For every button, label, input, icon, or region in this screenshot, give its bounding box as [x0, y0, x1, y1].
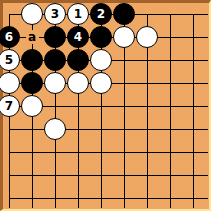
- black-stone: [113, 3, 135, 25]
- board-point: [182, 72, 205, 95]
- board-point: [113, 141, 136, 164]
- board-point: [159, 49, 182, 72]
- board-point: a: [21, 26, 44, 49]
- white-stone: [44, 118, 66, 140]
- board-point: [67, 164, 90, 187]
- board-point: [113, 49, 136, 72]
- board-point: [159, 164, 182, 187]
- board-point: [21, 141, 44, 164]
- black-stone: [44, 26, 66, 48]
- board-point: [159, 72, 182, 95]
- board-point: [67, 95, 90, 118]
- board-point: [21, 49, 44, 72]
- white-stone-3: 3: [44, 3, 66, 25]
- board-grid: 3126a457: [0, 3, 205, 210]
- board-point: [67, 187, 90, 210]
- board-point: [136, 3, 159, 26]
- board-point: [90, 187, 113, 210]
- white-stone: [21, 95, 43, 117]
- board-point: [44, 141, 67, 164]
- board-point: 7: [0, 95, 21, 118]
- white-stone: [136, 26, 158, 48]
- board-point: [44, 72, 67, 95]
- board-point: 4: [67, 26, 90, 49]
- board-point: [136, 72, 159, 95]
- board-point: [90, 141, 113, 164]
- board-point: [21, 72, 44, 95]
- white-stone-5: 5: [0, 49, 20, 71]
- board-point: [136, 187, 159, 210]
- board-point: [182, 164, 205, 187]
- board-point: [136, 164, 159, 187]
- board-point: [0, 72, 21, 95]
- black-stone: [90, 26, 112, 48]
- board-point: [136, 49, 159, 72]
- board-point: [113, 72, 136, 95]
- board-point: [159, 26, 182, 49]
- board-point: [67, 118, 90, 141]
- board-point: [44, 164, 67, 187]
- board-point: 3: [44, 3, 67, 26]
- white-stone: [21, 3, 43, 25]
- board-point: [136, 95, 159, 118]
- black-stone-6: 6: [0, 26, 20, 48]
- black-stone: [67, 49, 89, 71]
- board-point: [0, 3, 21, 26]
- board-point: [67, 49, 90, 72]
- board-point: [67, 141, 90, 164]
- board-point: [113, 118, 136, 141]
- white-stone: [90, 72, 112, 94]
- white-stone: [90, 49, 112, 71]
- board-point: [0, 187, 21, 210]
- board-point: [113, 187, 136, 210]
- point-label-a: a: [26, 30, 39, 44]
- board-point: [21, 95, 44, 118]
- board-point: [182, 3, 205, 26]
- black-stone-2: 2: [90, 3, 112, 25]
- go-board: 3126a457: [0, 0, 211, 211]
- white-stone-7: 7: [0, 95, 20, 117]
- board-point: 2: [90, 3, 113, 26]
- board-point: [44, 49, 67, 72]
- board-point: [90, 95, 113, 118]
- white-stone: [0, 72, 20, 94]
- board-point: 5: [0, 49, 21, 72]
- board-point: [90, 26, 113, 49]
- board-point: [44, 95, 67, 118]
- board-point: [90, 72, 113, 95]
- board-point: [159, 141, 182, 164]
- white-stone: [67, 72, 89, 94]
- board-point: [21, 118, 44, 141]
- board-point: [0, 141, 21, 164]
- board-point: [0, 118, 21, 141]
- board-point: [44, 26, 67, 49]
- white-stone: [113, 26, 135, 48]
- board-point: [90, 164, 113, 187]
- board-point: [67, 72, 90, 95]
- board-point: [113, 3, 136, 26]
- board-point: [136, 141, 159, 164]
- board-point: [182, 118, 205, 141]
- board-point: [113, 95, 136, 118]
- board-point: 1: [67, 3, 90, 26]
- board-point: [182, 95, 205, 118]
- board-point: [182, 26, 205, 49]
- board-point: [136, 26, 159, 49]
- board-point: [159, 95, 182, 118]
- board-point: [90, 118, 113, 141]
- board-point: [44, 118, 67, 141]
- white-stone-1: 1: [67, 3, 89, 25]
- board-point: [182, 49, 205, 72]
- black-stone-4: 4: [67, 26, 89, 48]
- board-point: [44, 187, 67, 210]
- board-point: [21, 164, 44, 187]
- board-point: [182, 141, 205, 164]
- board-point: [0, 164, 21, 187]
- board-point: [159, 118, 182, 141]
- board-point: [113, 26, 136, 49]
- black-stone: [21, 72, 43, 94]
- black-stone: [21, 49, 43, 71]
- board-point: [113, 164, 136, 187]
- board-point: 6: [0, 26, 21, 49]
- board-point: [136, 118, 159, 141]
- board-point: [21, 3, 44, 26]
- board-point: [90, 49, 113, 72]
- board-point: [159, 187, 182, 210]
- board-point: [159, 3, 182, 26]
- black-stone: [44, 49, 66, 71]
- white-stone: [44, 72, 66, 94]
- board-point: [21, 187, 44, 210]
- board-point: [182, 187, 205, 210]
